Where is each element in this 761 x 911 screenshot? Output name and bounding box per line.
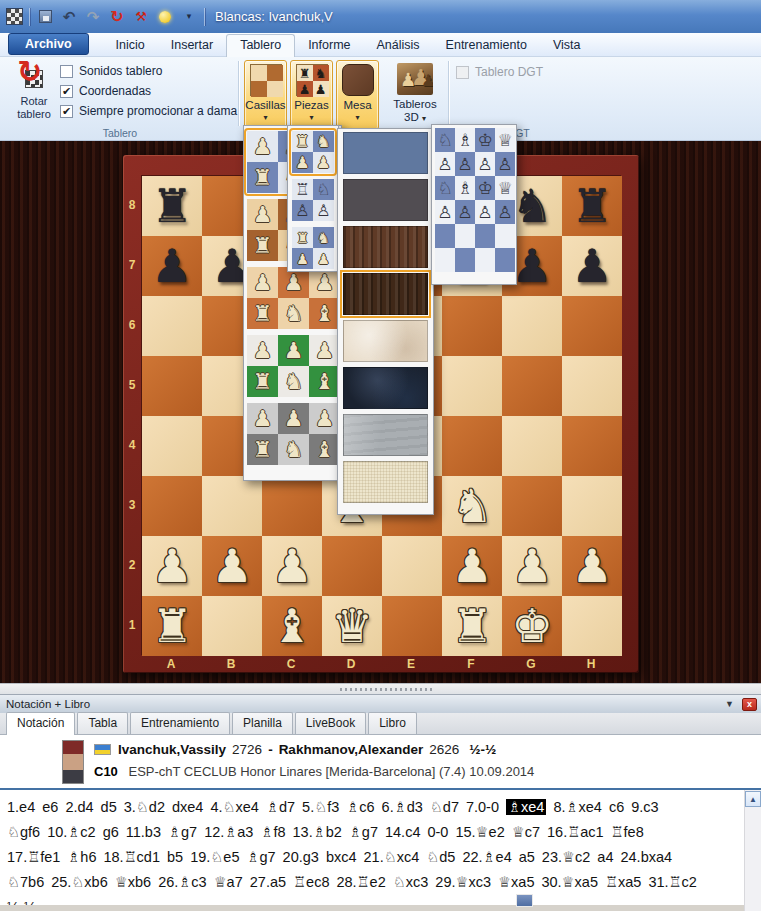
move-token[interactable]: 28.♖e2 [336,874,385,890]
mesa-dropdown-panel [337,128,434,515]
move-token[interactable]: 31.♖c2 [648,874,696,890]
checkbox-sonidos-tablero[interactable]: Sonidos tablero [60,64,237,78]
app-icon [6,8,23,25]
separator [204,8,205,26]
game-header: Ivanchuk,Vassily 2726 - Rakhmanov,Alexan… [0,735,761,790]
move-line: ♘7b625.♘xb6♕xb626.♗c3♕a727.a5♖ec828.♖e2♘… [7,870,739,895]
square-h3[interactable] [562,476,622,536]
file-label: B [201,655,261,673]
table-texture-swatch-dark-gray[interactable] [343,179,428,221]
redo-button[interactable]: ↷ [84,8,102,26]
move-token[interactable]: ♖ec8 [293,874,329,890]
move-token[interactable]: 25.♘xb6 [51,874,108,890]
white-king-piece[interactable]: ♚ [511,603,552,649]
file-label: E [381,655,441,673]
move-token[interactable]: 19.♘e5 [190,849,239,865]
square-f6[interactable] [442,296,502,356]
square-h8[interactable]: ♜ [562,176,622,236]
black-rook-piece[interactable]: ♜ [571,183,612,229]
close-icon[interactable]: x [742,698,757,711]
vertical-scrollbar[interactable]: ▲ [744,790,761,911]
square-c1[interactable]: ♝ [262,596,322,656]
move-token[interactable]: ♖fe8 [611,824,644,840]
move-token[interactable]: ♘d5 [426,849,455,865]
board-color-swatch-green-marble[interactable]: ♟♟♟♜♞♝ [247,335,340,397]
checkbox-icon: ✔ [60,105,73,118]
move-list: ▲ 1.e4e62.d4d53.♘d2dxe44.♘xe4♗d75.♘f3♗c6… [0,790,761,911]
chevron-down-icon: ▾ [263,113,267,122]
checkbox-coordenadas[interactable]: ✔Coordenadas [60,84,237,98]
group-separator [238,61,239,126]
move-token[interactable]: ♕a7 [214,874,243,890]
square-h2[interactable]: ♟ [562,536,622,596]
move-token[interactable]: 12.♗a3 [204,824,253,840]
move-token[interactable]: 21.♘xc4 [364,849,420,865]
tablero-dgt-checkbox[interactable]: Tablero DGT [456,65,543,79]
move-token[interactable]: ♘gf6 [7,824,40,840]
rank-label: 3 [123,475,141,535]
panel-menu-icon[interactable]: ▼ [725,699,734,709]
piezas-dropdown-panel: ♜♞♟♟♖♘♙♙♜♞♟♟ [287,125,339,272]
file-label: H [561,655,621,673]
rank-label: 5 [123,355,141,415]
checkbox-icon [60,65,73,78]
checkbox-icon [456,66,469,79]
move-token[interactable]: 3.♘d2 [124,799,165,815]
square-a3[interactable] [142,476,202,536]
flip-board-button[interactable]: ↻ [108,8,126,26]
move-token[interactable]: b5 [167,849,183,865]
square-g2[interactable]: ♟ [502,536,562,596]
piece-font-preview-panel: ♘♗♔♕♙♙♙♙♘♗♔♕♙♙♙♙ [431,124,517,285]
square-g5[interactable] [502,356,562,416]
move-token[interactable]: 24.bxa4 [620,849,672,865]
event-line: C10 ESP-chT CECLUB Honor Linares [Merida… [94,764,534,779]
move-line: ♘gf610.♗c2g611.b3♗g712.♗a3♗f813.♗b2♗g714… [7,820,739,845]
square-f5[interactable] [442,356,502,416]
move-line: 1.e4e62.d4d53.♘d2dxe44.♘xe4♗d75.♘f3♗c66.… [7,795,739,820]
qat-dropdown-icon[interactable]: ▾ [180,8,198,26]
square-f4[interactable] [442,416,502,476]
square-e1[interactable] [382,596,442,656]
chessbase-window: ↶ ↷ ↻ ⚒ ▾ Blancas: Ivanchuk,V ArchivoIni… [0,0,761,911]
move-token[interactable]: 2.d4 [65,799,93,815]
move-token[interactable]: 15.♕e2 [455,824,504,840]
move-token[interactable]: 5.♘f3 [302,799,339,815]
hint-button[interactable] [156,8,174,26]
square-c2[interactable]: ♟ [262,536,322,596]
quick-access-toolbar: ↶ ↷ ↻ ⚒ ▾ [6,8,205,26]
piezas-button[interactable]: ♜♞ ♟♟ Piezas ▾ [290,60,333,130]
move-token[interactable]: ♘xc3 [393,874,429,890]
square-a2[interactable]: ♟ [142,536,202,596]
ribbon-tab-archivo[interactable]: Archivo [8,33,89,55]
notation-tab-tabla[interactable]: Tabla [77,712,128,734]
black-pawn-piece[interactable]: ♟ [151,243,192,289]
black-rook-piece[interactable]: ♜ [151,183,192,229]
move-token[interactable]: 20.g3 [283,849,319,865]
square-a5[interactable] [142,356,202,416]
move-token[interactable]: ♗h6 [67,849,96,865]
move-token[interactable]: 18.♖cd1 [103,849,160,865]
players-line: Ivanchuk,Vassily 2726 - Rakhmanov,Alexan… [94,742,496,757]
move-token[interactable]: 8.♗xe4 [553,799,601,815]
bottom-edge-strip [0,905,744,911]
white-elo: 2726 [232,742,262,757]
tableros-3d-button[interactable]: ♟ ♟ ♟ Tableros3D ▾ [388,60,442,130]
ribbon-tab-bar: ArchivoInicioInsertarTableroInformeAnáli… [0,33,761,57]
move-token[interactable]: ♗c6 [346,799,374,815]
rotate-board-icon: ↻ [18,61,50,93]
notation-tab-planilla[interactable]: Planilla [232,712,293,734]
ribbon-tab-entrenamiento[interactable]: Entrenamiento [433,35,540,56]
black-knight-piece[interactable]: ♞ [511,183,552,229]
move-token[interactable]: 16.♖ac1 [547,824,604,840]
move-token[interactable]: ♗f8 [260,824,285,840]
square-a6[interactable] [142,296,202,356]
white-rook-piece[interactable]: ♜ [151,603,192,649]
white-pawn-piece[interactable]: ♟ [571,543,612,589]
square-c3[interactable] [262,476,322,536]
move-token[interactable]: 22.♗e4 [462,849,511,865]
ribbon-tab-analisis[interactable]: Análisis [364,35,433,56]
move-token[interactable]: 23.♕c2 [542,849,590,865]
save-button[interactable] [36,8,54,26]
move-token[interactable]: ♗d7 [266,799,295,815]
table-texture-swatch-wood-brown[interactable] [343,226,428,268]
move-token[interactable]: 0-0 [427,824,448,840]
square-b3[interactable] [202,476,262,536]
square-a8[interactable]: ♜ [142,176,202,236]
rank-label: 2 [123,535,141,595]
board-color-swatch-gray[interactable]: ♟♟♟♜♞♝ [247,403,340,465]
move-token[interactable]: 29.♕xc3 [435,874,491,890]
move-token[interactable]: 6.♗d3 [382,799,423,815]
piece-style-swatch-3[interactable]: ♜♞♟♟ [292,227,334,269]
move-token[interactable]: ♗g7 [168,824,197,840]
move-token[interactable]: c6 [609,799,624,815]
square-e2[interactable] [382,536,442,596]
notation-tab-notacion[interactable]: Notación [6,712,75,735]
checkbox-icon: ✔ [60,85,73,98]
window-title: Blancas: Ivanchuk,V [215,9,333,24]
square-b1[interactable] [202,596,262,656]
table-texture-swatch-beige-marble[interactable] [343,320,428,362]
move-token[interactable]: 13.♗b2 [293,824,342,840]
square-f1[interactable]: ♜ [442,596,502,656]
ribbon-tab-tablero[interactable]: Tablero [226,34,295,57]
event-description: ESP-chT CECLUB Honor Linares [Merida-Bar… [128,764,534,779]
table-texture-swatch-slate-blue[interactable] [343,132,428,174]
file-label: D [321,655,381,673]
move-token[interactable]: 1.e4 [7,799,35,815]
splitter-dots-icon [340,688,432,691]
square-f2[interactable]: ♟ [442,536,502,596]
square-h6[interactable] [562,296,622,356]
notation-tab-livebook[interactable]: LiveBook [295,712,366,734]
move-token[interactable]: g6 [103,824,119,840]
notation-tab-entrenamiento[interactable]: Entrenamiento [130,712,230,734]
black-elo: 2626 [429,742,459,757]
separator [29,8,30,26]
square-g1[interactable]: ♚ [502,596,562,656]
group-separator [448,61,449,126]
board-color-swatch-orange-wood[interactable]: ♟♟♟♜♞♝ [247,267,340,329]
move-token[interactable]: ♖xa5 [605,874,641,890]
splitter-handle[interactable] [0,683,761,694]
board-options-checkboxes: Sonidos tablero✔Coordenadas✔Siempre prom… [60,64,237,118]
square-a4[interactable] [142,416,202,476]
bottom-edge-fragment [516,894,533,907]
square-d1[interactable]: ♛ [322,596,382,656]
white-pawn-piece[interactable]: ♟ [211,543,252,589]
notation-panel-title: Notación + Libro [6,698,725,710]
move-token[interactable]: d5 [101,799,117,815]
file-label: F [441,655,501,673]
rank-label: 4 [123,415,141,475]
move-token[interactable]: ♘7b6 [7,874,44,890]
ribbon-tab-inicio[interactable]: Inicio [103,35,158,56]
mesa-button[interactable]: Mesa ▾ [336,60,379,130]
chevron-down-icon: ▾ [309,113,313,122]
move-token[interactable]: ♕xb6 [115,874,151,890]
move-token[interactable]: 9.c3 [631,799,658,815]
rank-label: 6 [123,295,141,355]
move-token[interactable]: 14.c4 [385,824,420,840]
square-g3[interactable] [502,476,562,536]
white-knight-piece[interactable]: ♞ [451,483,492,529]
move-token[interactable]: 17.♖fe1 [7,849,60,865]
checkbox-label: Sonidos tablero [79,64,162,78]
white-rook-piece[interactable]: ♜ [451,603,492,649]
notation-tab-bar: NotaciónTablaEntrenamientoPlanillaLiveBo… [0,713,761,735]
scroll-up-icon[interactable]: ▲ [745,791,761,807]
undo-button[interactable]: ↶ [60,8,78,26]
mesa-icon [342,64,374,96]
eco-code: C10 [94,764,118,779]
move-token[interactable]: e6 [42,799,58,815]
white-pawn-piece[interactable]: ♟ [511,543,552,589]
table-texture-swatch-linen[interactable] [343,461,428,503]
square-h7[interactable]: ♟ [562,236,622,296]
lightbulb-icon [159,11,171,23]
move-token[interactable]: 10.♗c2 [47,824,95,840]
piezas-icon: ♜♞ ♟♟ [296,64,328,96]
piece-font-preview-grid: ♘♗♔♕♙♙♙♙♘♗♔♕♙♙♙♙ [435,128,513,272]
chevron-down-icon: ▾ [355,113,359,122]
move-token[interactable]: 4.♘xe4 [210,799,258,815]
move-line: 17.♖fe1♗h618.♖cd1b519.♘e5♗g720.g3bxc421.… [7,845,739,870]
notation-tab-libro[interactable]: Libro [368,712,417,734]
file-label: C [261,655,321,673]
move-token[interactable]: ♗g7 [349,824,378,840]
tools-button[interactable]: ⚒ [132,8,150,26]
white-queen-piece[interactable]: ♛ [331,603,372,649]
table-texture-swatch-gray-stone[interactable] [343,414,428,456]
rank-coordinates: 87654321 [123,175,141,655]
names-separator: - [268,742,273,757]
square-b2[interactable]: ♟ [202,536,262,596]
move-token-current[interactable]: ♗xe4 [506,799,546,815]
black-pawn-piece[interactable]: ♟ [511,243,552,289]
save-icon [39,10,52,23]
square-a7[interactable]: ♟ [142,236,202,296]
title-bar: ↶ ↷ ↻ ⚒ ▾ Blancas: Ivanchuk,V [0,0,761,33]
move-token[interactable]: a5 [519,849,535,865]
move-token[interactable]: ♘d7 [430,799,459,815]
ribbon-tab-insertar[interactable]: Insertar [158,35,226,56]
casillas-icon [250,64,282,96]
square-a1[interactable]: ♜ [142,596,202,656]
ribbon-tab-vista[interactable]: Vista [540,35,594,56]
move-token[interactable]: a4 [597,849,613,865]
black-player-name: Rakhmanov,Alexander [279,742,424,757]
game-result: ½-½ [469,742,496,757]
move-token[interactable]: 26.♗c3 [158,874,206,890]
table-texture-swatch-black-marble[interactable] [343,367,428,409]
move-token[interactable]: ♗g7 [246,849,275,865]
square-g6[interactable] [502,296,562,356]
white-pawn-piece[interactable]: ♟ [451,543,492,589]
square-g4[interactable] [502,416,562,476]
group-label-tablero: Tablero [70,127,170,139]
square-h5[interactable] [562,356,622,416]
rotate-board-button[interactable]: ↻ Rotar tablero [10,61,58,127]
square-h4[interactable] [562,416,622,476]
white-pawn-piece[interactable]: ♟ [271,543,312,589]
square-h1[interactable] [562,596,622,656]
casillas-button[interactable]: Casillas ▾ [244,60,287,130]
file-coordinates: ABCDEFGH [141,655,621,673]
ribbon-tab-informe[interactable]: Informe [295,35,363,56]
file-label: G [501,655,561,673]
table-texture-swatch-dark-wood[interactable] [343,273,428,315]
white-pawn-piece[interactable]: ♟ [151,543,192,589]
move-token[interactable]: 7.0-0 [466,799,499,815]
rank-label: 7 [123,235,141,295]
player-photo [62,740,84,784]
piece-style-swatch-1[interactable]: ♜♞♟♟ [292,131,334,173]
rank-label: 1 [123,595,141,655]
move-token[interactable]: ♕xa5 [498,874,534,890]
move-token[interactable]: ♕c7 [512,824,540,840]
piece-style-swatch-2[interactable]: ♖♘♙♙ [292,179,334,221]
white-bishop-piece[interactable]: ♝ [271,603,312,649]
checkbox-label: Coordenadas [79,84,151,98]
checkbox-siempre-promocionar-a-dama[interactable]: ✔Siempre promocionar a dama [60,104,237,118]
chevron-down-icon: ▾ [422,114,426,123]
move-token[interactable]: dxe4 [172,799,203,815]
tableros-3d-icon: ♟ ♟ ♟ [397,63,433,95]
ukraine-flag-icon [94,744,111,755]
rank-label: 8 [123,175,141,235]
checkbox-label: Siempre promocionar a dama [79,104,237,118]
move-token[interactable]: 27.a5 [250,874,286,890]
black-pawn-piece[interactable]: ♟ [571,243,612,289]
move-token[interactable]: bxc4 [326,849,357,865]
square-f3[interactable]: ♞ [442,476,502,536]
white-player-name: Ivanchuk,Vassily [118,742,226,757]
move-token[interactable]: 11.b3 [126,824,161,840]
square-d2[interactable] [322,536,382,596]
notation-panel-titlebar: Notación + Libro ▼ x [0,694,761,713]
file-label: A [141,655,201,673]
move-token[interactable]: 30.♕xa5 [541,874,598,890]
